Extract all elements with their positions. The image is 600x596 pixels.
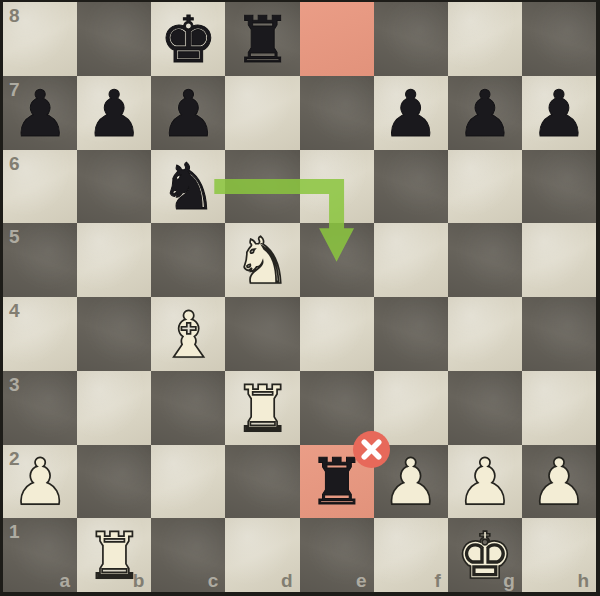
square-g5[interactable] [448,223,522,297]
square-a1[interactable]: 1a [3,518,77,592]
square-d4[interactable] [225,297,299,371]
square-a3[interactable]: 3 [3,371,77,445]
square-b8[interactable] [77,2,151,76]
rank-label-6: 6 [9,154,20,173]
square-c3[interactable] [151,371,225,445]
square-a6[interactable]: 6 [3,150,77,224]
square-b5[interactable] [77,223,151,297]
square-c6[interactable]: ♞ [151,150,225,224]
file-label-a: a [60,571,71,590]
piece-white-rook[interactable]: ♜ [234,377,291,441]
rank-label-5: 5 [9,227,20,246]
square-h8[interactable] [522,2,596,76]
square-d7[interactable] [225,76,299,150]
file-label-e: e [356,571,367,590]
square-h7[interactable]: ♟ [522,76,596,150]
piece-black-pawn[interactable]: ♟ [11,82,68,146]
file-label-f: f [434,571,440,590]
square-a4[interactable]: 4 [3,297,77,371]
square-e4[interactable] [300,297,374,371]
rank-label-1: 1 [9,522,20,541]
square-g7[interactable]: ♟ [448,76,522,150]
piece-black-pawn[interactable]: ♟ [530,82,587,146]
square-c7[interactable]: ♟ [151,76,225,150]
square-h2[interactable]: ♟ [522,445,596,519]
square-d6[interactable] [225,150,299,224]
square-h5[interactable] [522,223,596,297]
mistake-badge [353,431,390,468]
square-d8[interactable]: ♜ [225,2,299,76]
square-a5[interactable]: 5 [3,223,77,297]
square-a8[interactable]: 8 [3,2,77,76]
square-g8[interactable] [448,2,522,76]
square-g1[interactable]: g♚ [448,518,522,592]
square-h4[interactable] [522,297,596,371]
square-b4[interactable] [77,297,151,371]
piece-white-bishop[interactable]: ♝ [160,303,217,367]
square-b2[interactable] [77,445,151,519]
square-h1[interactable]: h [522,518,596,592]
square-g4[interactable] [448,297,522,371]
file-label-d: d [281,571,293,590]
square-d3[interactable]: ♜ [225,371,299,445]
file-label-h: h [577,571,589,590]
square-f4[interactable] [374,297,448,371]
piece-white-pawn[interactable]: ♟ [530,450,587,514]
piece-black-knight[interactable]: ♞ [160,155,217,219]
piece-white-pawn[interactable]: ♟ [11,450,68,514]
piece-black-pawn[interactable]: ♟ [86,82,143,146]
piece-white-king[interactable]: ♚ [456,524,513,588]
square-f1[interactable]: f [374,518,448,592]
square-h6[interactable] [522,150,596,224]
square-f5[interactable] [374,223,448,297]
square-b1[interactable]: b♜ [77,518,151,592]
piece-black-pawn[interactable]: ♟ [382,82,439,146]
square-d1[interactable]: d [225,518,299,592]
square-e8[interactable] [300,2,374,76]
square-e6[interactable] [300,150,374,224]
square-c4[interactable]: ♝ [151,297,225,371]
piece-white-knight[interactable]: ♞ [234,229,291,293]
square-c2[interactable] [151,445,225,519]
square-c5[interactable] [151,223,225,297]
square-f8[interactable] [374,2,448,76]
piece-black-pawn[interactable]: ♟ [456,82,513,146]
square-a2[interactable]: 2♟ [3,445,77,519]
rank-label-8: 8 [9,6,20,25]
square-g2[interactable]: ♟ [448,445,522,519]
square-a7[interactable]: 7♟ [3,76,77,150]
square-c8[interactable]: ♚ [151,2,225,76]
chess-board: 8♚♜7♟♟♟♟♟♟6♞5♞4♝3♜2♟♜♟♟♟1ab♜cdefg♚h [3,2,596,592]
square-e1[interactable]: e [300,518,374,592]
chess-board-frame: 8♚♜7♟♟♟♟♟♟6♞5♞4♝3♜2♟♜♟♟♟1ab♜cdefg♚h [0,0,600,596]
square-b3[interactable] [77,371,151,445]
square-g3[interactable] [448,371,522,445]
piece-black-pawn[interactable]: ♟ [160,82,217,146]
square-d5[interactable]: ♞ [225,223,299,297]
x-icon [353,431,390,468]
square-h3[interactable] [522,371,596,445]
square-g6[interactable] [448,150,522,224]
square-c1[interactable]: c [151,518,225,592]
square-f7[interactable]: ♟ [374,76,448,150]
piece-black-rook[interactable]: ♜ [234,8,291,72]
square-b6[interactable] [77,150,151,224]
square-e7[interactable] [300,76,374,150]
file-label-c: c [208,571,219,590]
rank-label-3: 3 [9,375,20,394]
piece-white-pawn[interactable]: ♟ [456,450,513,514]
square-b7[interactable]: ♟ [77,76,151,150]
rank-label-4: 4 [9,301,20,320]
square-d2[interactable] [225,445,299,519]
square-f6[interactable] [374,150,448,224]
piece-white-rook[interactable]: ♜ [86,524,143,588]
square-e5[interactable] [300,223,374,297]
piece-white-pawn[interactable]: ♟ [382,450,439,514]
piece-black-king[interactable]: ♚ [160,8,217,72]
